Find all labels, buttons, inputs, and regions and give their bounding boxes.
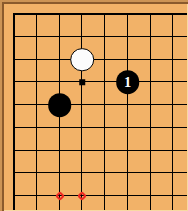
hoshi-square-marker (80, 80, 86, 86)
red-diamond-marker (77, 191, 87, 201)
stone-black-1: 1 (116, 71, 140, 95)
move-number-label: 1 (124, 75, 131, 90)
stone-white (71, 48, 95, 72)
go-board-diagram: 1 (0, 0, 188, 211)
stones-layer: 1 (0, 0, 188, 211)
red-diamond-marker (55, 191, 65, 201)
stone-black (48, 93, 72, 117)
